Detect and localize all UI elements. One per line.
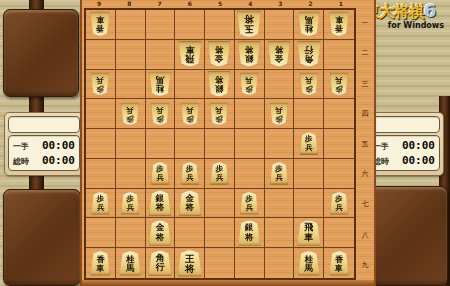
shogi-piece-gote-歩兵[interactable]: 歩兵: [240, 72, 259, 95]
board-cell-9-2[interactable]: [86, 40, 116, 70]
sente-time-box: 一手 00:00 総時 00:00: [368, 135, 440, 171]
board-cell-1-8[interactable]: [324, 218, 354, 248]
board-cell-3-6[interactable]: 歩兵: [265, 159, 295, 189]
board-cell-6-1[interactable]: [175, 10, 205, 40]
shogi-piece-gote-歩兵[interactable]: 歩兵: [91, 72, 110, 95]
board-cell-9-8[interactable]: [86, 218, 116, 248]
shogi-piece-sente-角行[interactable]: 角行: [148, 250, 172, 276]
board-cell-4-5[interactable]: [235, 129, 265, 159]
board-cell-1-6[interactable]: [324, 159, 354, 189]
board-cell-8-1[interactable]: [116, 10, 146, 40]
sente-move-time-label: 一手: [373, 141, 389, 152]
board-cell-3-2[interactable]: 金将: [265, 40, 295, 70]
rank-label: 六: [356, 159, 374, 189]
board-cell-5-7[interactable]: [205, 189, 235, 219]
shogi-piece-gote-香車[interactable]: 香車: [329, 12, 349, 37]
board-cell-3-1[interactable]: [265, 10, 295, 40]
gote-time-box: 一手 00:00 総時 00:00: [8, 135, 80, 171]
board-cell-2-9[interactable]: 桂馬: [294, 248, 324, 278]
shogi-piece-sente-銀将[interactable]: 銀将: [148, 190, 171, 216]
shogi-piece-sente-歩兵[interactable]: 歩兵: [121, 192, 140, 215]
board-cell-6-9[interactable]: 王将: [175, 248, 205, 278]
file-label: 3: [265, 0, 295, 8]
board-cell-6-6[interactable]: 歩兵: [175, 159, 205, 189]
shogi-piece-gote-金将[interactable]: 金将: [208, 41, 231, 67]
sente-clock-panel: 一手 00:00 総時 00:00: [364, 112, 444, 176]
gote-captured-pieces-tray[interactable]: [3, 9, 79, 97]
board-cell-2-5[interactable]: 歩兵: [294, 129, 324, 159]
rank-label: 四: [356, 99, 374, 129]
shogi-piece-sente-王将[interactable]: 王将: [177, 250, 202, 277]
board-cell-7-9[interactable]: 角行: [146, 248, 176, 278]
gote-total-time-label: 総時: [13, 156, 29, 167]
board-cell-7-2[interactable]: [146, 40, 176, 70]
board-cell-7-8[interactable]: 金将: [146, 218, 176, 248]
shogi-piece-gote-玉将[interactable]: 玉将: [237, 11, 262, 38]
file-label: 6: [175, 0, 205, 8]
board-cell-1-9[interactable]: 香車: [324, 248, 354, 278]
board-cell-5-5[interactable]: [205, 129, 235, 159]
shogi-piece-gote-歩兵[interactable]: 歩兵: [270, 102, 289, 125]
board-cell-5-1[interactable]: [205, 10, 235, 40]
shogi-piece-sente-歩兵[interactable]: 歩兵: [210, 162, 229, 185]
board-cell-9-3[interactable]: 歩兵: [86, 70, 116, 100]
file-label: 7: [144, 0, 174, 8]
gote-move-time-value: 00:00: [42, 139, 75, 152]
rank-label: 九: [356, 250, 374, 280]
shogi-piece-gote-歩兵[interactable]: 歩兵: [299, 72, 318, 95]
app-logo-version: 6: [424, 0, 437, 21]
gote-move-time-label: 一手: [13, 141, 29, 152]
board-cell-1-5[interactable]: [324, 129, 354, 159]
shogi-piece-sente-香車[interactable]: 香車: [329, 251, 349, 276]
board-cell-6-4[interactable]: 歩兵: [175, 99, 205, 129]
shogi-piece-gote-歩兵[interactable]: 歩兵: [330, 72, 349, 95]
board-cell-8-4[interactable]: 歩兵: [116, 99, 146, 129]
shogi-piece-sente-桂馬[interactable]: 桂馬: [119, 251, 141, 276]
board-cell-5-9[interactable]: [205, 248, 235, 278]
shogi-piece-sente-歩兵[interactable]: 歩兵: [91, 192, 110, 215]
board-bottom-edge: [82, 280, 374, 286]
file-label: 9: [84, 0, 114, 8]
shogi-piece-gote-金将[interactable]: 金将: [268, 41, 291, 67]
shogi-piece-sente-金将[interactable]: 金将: [148, 220, 171, 246]
board-cell-1-1[interactable]: 香車: [324, 10, 354, 40]
shogi-piece-gote-角行[interactable]: 角行: [297, 41, 321, 67]
shogi-piece-gote-香車[interactable]: 香車: [90, 12, 110, 37]
file-label: 1: [326, 0, 356, 8]
board-cell-8-6[interactable]: [116, 159, 146, 189]
board-grid: 香車玉将桂馬香車飛車金将銀将金将角行歩兵桂馬銀将歩兵歩兵歩兵歩兵歩兵歩兵歩兵歩兵…: [84, 8, 356, 280]
shogi-piece-sente-歩兵[interactable]: 歩兵: [240, 192, 259, 215]
file-label: 4: [235, 0, 265, 8]
board-cell-1-2[interactable]: [324, 40, 354, 70]
board-cell-9-7[interactable]: 歩兵: [86, 189, 116, 219]
shogi-piece-gote-歩兵[interactable]: 歩兵: [150, 102, 169, 125]
board-cell-8-2[interactable]: [116, 40, 146, 70]
shogi-piece-gote-歩兵[interactable]: 歩兵: [121, 102, 140, 125]
board-cell-9-4[interactable]: [86, 99, 116, 129]
board-cell-4-8[interactable]: 銀将: [235, 218, 265, 248]
board-cell-9-5[interactable]: [86, 129, 116, 159]
board-cell-3-9[interactable]: [265, 248, 295, 278]
shogi-piece-gote-銀将[interactable]: 銀将: [208, 71, 231, 97]
sente-player-name: [368, 116, 440, 133]
board-cell-5-3[interactable]: 銀将: [205, 70, 235, 100]
sente-move-time-value: 00:00: [402, 139, 435, 152]
file-label: 5: [205, 0, 235, 8]
board-cell-2-1[interactable]: 桂馬: [294, 10, 324, 40]
shogi-piece-sente-金将[interactable]: 金将: [178, 190, 201, 216]
file-label: 8: [114, 0, 144, 8]
board-cell-4-2[interactable]: 銀将: [235, 40, 265, 70]
board-cell-3-5[interactable]: [265, 129, 295, 159]
board-cell-6-2[interactable]: 飛車: [175, 40, 205, 70]
board-cell-7-4[interactable]: 歩兵: [146, 99, 176, 129]
file-coordinate-labels: 987654321: [84, 0, 356, 8]
board-cell-1-7[interactable]: 歩兵: [324, 189, 354, 219]
board-cell-1-3[interactable]: 歩兵: [324, 70, 354, 100]
board-cell-8-8[interactable]: [116, 218, 146, 248]
board-cell-6-7[interactable]: 金将: [175, 189, 205, 219]
board-cell-9-9[interactable]: 香車: [86, 248, 116, 278]
board-cell-2-8[interactable]: 飛車: [294, 218, 324, 248]
board-cell-7-6[interactable]: 歩兵: [146, 159, 176, 189]
board-cell-9-1[interactable]: 香車: [86, 10, 116, 40]
board-cell-7-3[interactable]: 桂馬: [146, 70, 176, 100]
shogi-piece-sente-歩兵[interactable]: 歩兵: [299, 132, 318, 155]
board-cell-8-5[interactable]: [116, 129, 146, 159]
board-cell-9-6[interactable]: [86, 159, 116, 189]
shogi-piece-sente-歩兵[interactable]: 歩兵: [180, 162, 199, 185]
board-cell-4-3[interactable]: 歩兵: [235, 70, 265, 100]
board-cell-2-4[interactable]: [294, 99, 324, 129]
board-cell-7-1[interactable]: [146, 10, 176, 40]
shogi-piece-sente-香車[interactable]: 香車: [90, 251, 110, 276]
shogi-piece-sente-銀将[interactable]: 銀将: [238, 220, 261, 246]
board-cell-3-3[interactable]: [265, 70, 295, 100]
shogi-piece-sente-歩兵[interactable]: 歩兵: [330, 192, 349, 215]
board-cell-6-3[interactable]: [175, 70, 205, 100]
left-piece-box-tray[interactable]: [3, 189, 81, 286]
shogi-piece-gote-桂馬[interactable]: 桂馬: [298, 12, 320, 37]
board-cell-6-8[interactable]: [175, 218, 205, 248]
board-cell-3-7[interactable]: [265, 189, 295, 219]
rank-label: 三: [356, 68, 374, 98]
rank-coordinate-labels: 一二三四五六七八九: [356, 8, 374, 280]
file-label: 2: [296, 0, 326, 8]
board-cell-4-4[interactable]: [235, 99, 265, 129]
sente-total-time-label: 総時: [373, 156, 389, 167]
sente-captured-pieces-tray[interactable]: [369, 186, 448, 286]
board-cell-7-5[interactable]: [146, 129, 176, 159]
rank-label: 二: [356, 38, 374, 68]
sente-total-time-value: 00:00: [402, 154, 435, 167]
board-cell-5-8[interactable]: [205, 218, 235, 248]
board-cell-3-4[interactable]: 歩兵: [265, 99, 295, 129]
board-cell-8-9[interactable]: 桂馬: [116, 248, 146, 278]
board-cell-5-6[interactable]: 歩兵: [205, 159, 235, 189]
shogi-piece-gote-飛車[interactable]: 飛車: [178, 41, 202, 67]
shogi-piece-gote-銀将[interactable]: 銀将: [238, 41, 261, 67]
board-cell-2-3[interactable]: 歩兵: [294, 70, 324, 100]
board-cell-2-6[interactable]: [294, 159, 324, 189]
board-cell-7-7[interactable]: 銀将: [146, 189, 176, 219]
rank-label: 八: [356, 220, 374, 250]
gote-total-time-value: 00:00: [42, 154, 75, 167]
shogi-piece-gote-桂馬[interactable]: 桂馬: [149, 71, 171, 96]
board-cell-1-4[interactable]: [324, 99, 354, 129]
shogi-piece-sente-歩兵[interactable]: 歩兵: [270, 162, 289, 185]
shogi-piece-gote-歩兵[interactable]: 歩兵: [180, 102, 199, 125]
shogi-board: 987654321 一二三四五六七八九 香車玉将桂馬香車飛車金将銀将金将角行歩兵…: [82, 0, 374, 286]
board-cell-6-5[interactable]: [175, 129, 205, 159]
shogi-piece-sente-桂馬[interactable]: 桂馬: [298, 251, 320, 276]
board-cell-3-8[interactable]: [265, 218, 295, 248]
board-cell-4-6[interactable]: [235, 159, 265, 189]
board-cell-4-9[interactable]: [235, 248, 265, 278]
board-cell-8-3[interactable]: [116, 70, 146, 100]
app-window: 一手 00:00 総時 00:00 一手 00:00 総時 00:00 東大将棋…: [0, 0, 450, 286]
board-cell-2-7[interactable]: [294, 189, 324, 219]
board-cell-5-4[interactable]: 歩兵: [205, 99, 235, 129]
board-cell-4-1[interactable]: 玉将: [235, 10, 265, 40]
board-cell-2-2[interactable]: 角行: [294, 40, 324, 70]
board-cell-4-7[interactable]: 歩兵: [235, 189, 265, 219]
board-cell-5-2[interactable]: 金将: [205, 40, 235, 70]
gote-player-name: [8, 116, 80, 133]
shogi-piece-gote-歩兵[interactable]: 歩兵: [210, 102, 229, 125]
rank-label: 五: [356, 129, 374, 159]
shogi-piece-sente-歩兵[interactable]: 歩兵: [150, 162, 169, 185]
shogi-piece-sente-飛車[interactable]: 飛車: [297, 220, 321, 246]
rank-label: 七: [356, 189, 374, 219]
rank-label: 一: [356, 8, 374, 38]
gote-clock-panel: 一手 00:00 総時 00:00: [4, 112, 84, 176]
board-cell-8-7[interactable]: 歩兵: [116, 189, 146, 219]
